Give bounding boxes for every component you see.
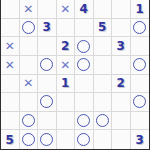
cell-r2c3: 3	[38, 19, 57, 38]
cell-r5c5[interactable]	[75, 75, 94, 94]
cell-r6c1[interactable]	[1, 93, 20, 112]
cell-r4c5[interactable]	[75, 56, 94, 75]
cell-r5c7: 2	[112, 75, 131, 94]
cell-r6c4[interactable]	[57, 93, 76, 112]
no-mine-cross-icon: ✕	[5, 40, 15, 51]
cell-r6c6[interactable]	[94, 93, 113, 112]
cell-r7c5[interactable]	[75, 112, 94, 131]
cell-r1c3[interactable]	[38, 0, 57, 19]
cell-r1c8: 1	[131, 0, 150, 19]
cell-r7c2[interactable]	[20, 112, 39, 131]
mine-circle-icon	[40, 58, 53, 71]
cell-r6c2[interactable]	[20, 93, 39, 112]
cell-r8c8: 3	[131, 130, 150, 149]
cell-r1c1[interactable]	[1, 0, 20, 19]
cell-r1c6[interactable]	[94, 0, 113, 19]
mine-circle-icon	[22, 133, 35, 146]
clue-number: 3	[117, 40, 125, 52]
cell-r7c7[interactable]	[112, 112, 131, 131]
mine-circle-icon	[77, 58, 90, 71]
cell-r2c4[interactable]	[57, 19, 76, 38]
cell-r2c8[interactable]	[131, 19, 150, 38]
cell-r7c8[interactable]	[131, 112, 150, 131]
clue-number: 5	[6, 134, 14, 146]
clue-number: 4	[80, 3, 88, 15]
mine-circle-icon	[77, 133, 90, 146]
cell-r3c6[interactable]	[94, 37, 113, 56]
cell-r4c6[interactable]	[94, 56, 113, 75]
cell-r3c5[interactable]	[75, 37, 94, 56]
cell-r4c1[interactable]: ✕	[1, 56, 20, 75]
mine-circle-icon	[96, 114, 109, 127]
mine-circle-icon	[77, 114, 90, 127]
clue-number: 2	[61, 40, 69, 52]
cell-r2c6: 5	[94, 19, 113, 38]
no-mine-cross-icon: ✕	[60, 3, 70, 14]
cell-r2c7[interactable]	[112, 19, 131, 38]
cell-r2c2[interactable]	[20, 19, 39, 38]
mine-circle-icon	[40, 133, 53, 146]
cell-r8c7[interactable]	[112, 130, 131, 149]
cell-r5c1[interactable]	[1, 75, 20, 94]
cell-r5c8[interactable]	[131, 75, 150, 94]
cell-r6c7[interactable]	[112, 93, 131, 112]
mine-circle-icon	[133, 21, 146, 34]
cell-r4c3[interactable]	[38, 56, 57, 75]
cell-r8c4[interactable]	[57, 130, 76, 149]
cell-r4c8[interactable]	[131, 56, 150, 75]
cell-r8c1: 5	[1, 130, 20, 149]
cell-r3c2[interactable]	[20, 37, 39, 56]
mine-circle-icon	[77, 40, 90, 53]
mine-circle-icon	[22, 21, 35, 34]
cell-r6c8[interactable]	[131, 93, 150, 112]
cell-r8c3[interactable]	[38, 130, 57, 149]
cell-r1c5: 4	[75, 0, 94, 19]
cell-r3c4: 2	[57, 37, 76, 56]
cell-r6c3[interactable]	[38, 93, 57, 112]
cell-r5c2[interactable]: ✕	[20, 75, 39, 94]
cell-r7c1[interactable]	[1, 112, 20, 131]
cell-r8c5[interactable]	[75, 130, 94, 149]
no-mine-cross-icon: ✕	[5, 59, 15, 70]
mine-circle-icon	[133, 58, 146, 71]
cell-r4c4[interactable]: ✕	[57, 56, 76, 75]
clue-number: 2	[117, 77, 125, 89]
mine-circle-icon	[40, 95, 53, 108]
no-mine-cross-icon: ✕	[23, 78, 33, 89]
cell-r7c3[interactable]	[38, 112, 57, 131]
clue-number: 1	[61, 77, 69, 89]
cell-r4c2[interactable]	[20, 56, 39, 75]
cell-r3c8[interactable]	[131, 37, 150, 56]
cell-r3c1[interactable]: ✕	[1, 37, 20, 56]
cell-r5c3[interactable]	[38, 75, 57, 94]
clue-number: 3	[43, 21, 51, 33]
cell-r7c6[interactable]	[94, 112, 113, 131]
cell-r1c7[interactable]	[112, 0, 131, 19]
cell-r5c6[interactable]	[94, 75, 113, 94]
mine-circle-icon	[22, 114, 35, 127]
no-mine-cross-icon: ✕	[23, 3, 33, 14]
cell-r2c1[interactable]	[1, 19, 20, 38]
minesweeper-board: ✕✕4135✕23✕✕✕1253	[0, 0, 150, 150]
cell-r8c2[interactable]	[20, 130, 39, 149]
cell-r6c5[interactable]	[75, 93, 94, 112]
cell-r3c7: 3	[112, 37, 131, 56]
cell-r1c4[interactable]: ✕	[57, 0, 76, 19]
clue-number: 5	[98, 21, 106, 33]
clue-number: 1	[136, 3, 144, 15]
no-mine-cross-icon: ✕	[60, 59, 70, 70]
cell-r7c4[interactable]	[57, 112, 76, 131]
clue-number: 3	[136, 134, 144, 146]
cell-r4c7[interactable]	[112, 56, 131, 75]
mine-circle-icon	[133, 95, 146, 108]
cell-r5c4: 1	[57, 75, 76, 94]
cell-r2c5[interactable]	[75, 19, 94, 38]
cell-r1c2[interactable]: ✕	[20, 0, 39, 19]
cell-r3c3[interactable]	[38, 37, 57, 56]
cell-r8c6[interactable]	[94, 130, 113, 149]
